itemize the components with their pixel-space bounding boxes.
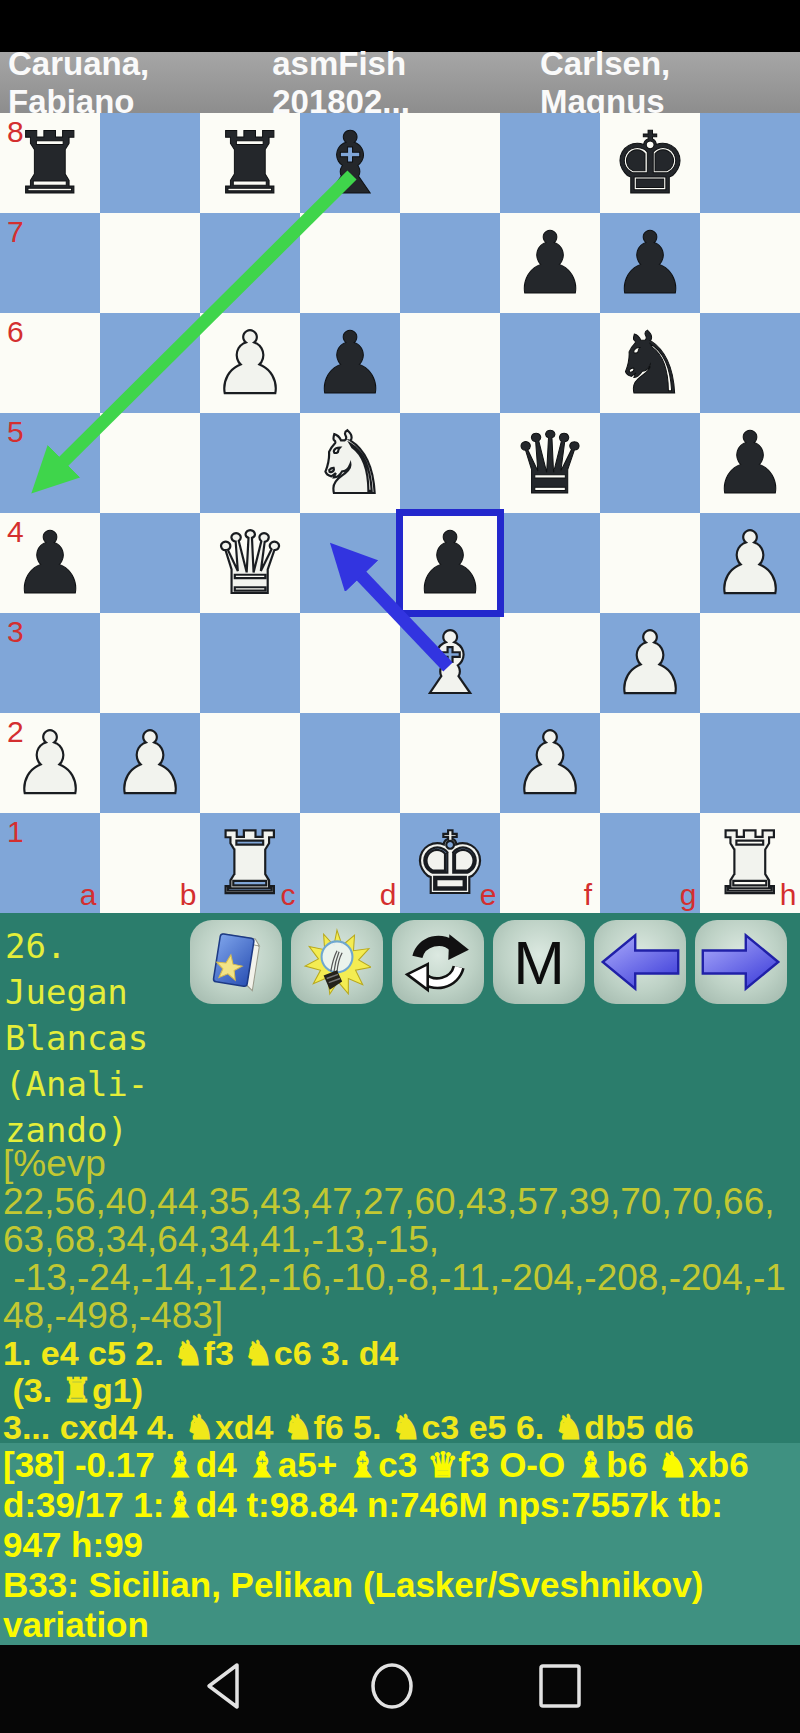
square-g4[interactable] — [600, 513, 700, 613]
square-d8[interactable]: ♝ — [300, 113, 400, 213]
rank-label-8: 8 — [7, 116, 24, 148]
engine-line-stats: d:39/17 1:♝d4 t:98.84 n:746M nps:7557k t… — [3, 1485, 800, 1525]
piece-wR-h1[interactable]: ♜ — [711, 813, 788, 913]
square-e8[interactable] — [400, 113, 500, 213]
rank-label-5: 5 — [7, 416, 24, 448]
engine-output-panel: [38] -0.17 ♝d4 ♝a5+ ♝c3 ♛f3 O-O ♝b6 ♞xb6… — [0, 1443, 800, 1645]
book-icon — [202, 928, 270, 996]
piece-wP-h4[interactable]: ♟ — [711, 513, 788, 613]
home-icon[interactable] — [364, 1658, 420, 1714]
square-f7[interactable]: ♟ — [500, 213, 600, 313]
refresh-button[interactable] — [392, 920, 484, 1004]
square-h4[interactable]: ♟ — [700, 513, 800, 613]
arrow-right-icon — [698, 931, 784, 993]
square-g3[interactable]: ♟ — [600, 613, 700, 713]
square-f3[interactable] — [500, 613, 600, 713]
recents-icon[interactable] — [532, 1658, 588, 1714]
chess-board[interactable]: ♜♜♝♚♟♟♟♟♞♞♛♟♟♛♟♟♝♟♟♟♟♜♚♜87654321abcdefgh — [0, 113, 800, 913]
previous-move-button[interactable] — [594, 920, 686, 1004]
piece-bQ-f5[interactable]: ♛ — [511, 413, 588, 513]
square-d3[interactable] — [300, 613, 400, 713]
square-b8[interactable] — [100, 113, 200, 213]
piece-bK-g8[interactable]: ♚ — [611, 113, 688, 213]
piece-wQ-c4[interactable]: ♛ — [211, 513, 288, 613]
square-e7[interactable] — [400, 213, 500, 313]
square-c4[interactable]: ♛ — [200, 513, 300, 613]
square-h7[interactable] — [700, 213, 800, 313]
move-number: 26. — [5, 923, 191, 969]
rank-label-4: 4 — [7, 516, 24, 548]
square-d6[interactable]: ♟ — [300, 313, 400, 413]
analysis-panel: 26. Juegan Blancas (Anali- zando) — [0, 913, 800, 1443]
square-g6[interactable]: ♞ — [600, 313, 700, 413]
file-label-a: a — [80, 879, 97, 911]
arrow-left-icon — [597, 931, 683, 993]
square-g8[interactable]: ♚ — [600, 113, 700, 213]
rank-label-3: 3 — [7, 616, 24, 648]
piece-bR-c8[interactable]: ♜ — [211, 113, 288, 213]
toolbar: M — [190, 920, 787, 1004]
square-h3[interactable] — [700, 613, 800, 713]
mode-m-button[interactable]: M — [493, 920, 585, 1004]
piece-wP-f2[interactable]: ♟ — [511, 713, 588, 813]
next-move-button[interactable] — [695, 920, 787, 1004]
square-f5[interactable]: ♛ — [500, 413, 600, 513]
highlight-square-e4 — [396, 509, 504, 617]
square-e3[interactable]: ♝ — [400, 613, 500, 713]
move-status-text: 26. Juegan Blancas (Anali- zando) — [5, 923, 191, 1153]
piece-bP-d6[interactable]: ♟ — [311, 313, 388, 413]
engine-name: asmFish 201802... — [272, 45, 540, 121]
book-button[interactable] — [190, 920, 282, 1004]
square-c7[interactable] — [200, 213, 300, 313]
piece-bP-h5[interactable]: ♟ — [711, 413, 788, 513]
refresh-icon — [404, 928, 472, 996]
piece-wP-b2[interactable]: ♟ — [111, 713, 188, 813]
square-f4[interactable] — [500, 513, 600, 613]
square-h8[interactable] — [700, 113, 800, 213]
square-c5[interactable] — [200, 413, 300, 513]
rank-label-1: 1 — [7, 816, 24, 848]
square-b2[interactable]: ♟ — [100, 713, 200, 813]
square-g7[interactable]: ♟ — [600, 213, 700, 313]
file-label-d: d — [380, 879, 397, 911]
piece-bP-f7[interactable]: ♟ — [511, 213, 588, 313]
white-player-name: Caruana, Fabiano — [8, 45, 272, 121]
rank-label-7: 7 — [7, 216, 24, 248]
evp-annotation: [%evp 22,56,40,44,35,43,47,27,60,43,57,3… — [3, 1145, 800, 1335]
square-e5[interactable] — [400, 413, 500, 513]
square-b4[interactable] — [100, 513, 200, 613]
square-e6[interactable] — [400, 313, 500, 413]
black-player-name: Carlsen, Magnus — [540, 45, 792, 121]
lightbulb-icon — [303, 928, 371, 996]
piece-bP-g7[interactable]: ♟ — [611, 213, 688, 313]
title-bar: Caruana, Fabiano asmFish 201802... Carls… — [0, 52, 800, 113]
square-c6[interactable]: ♟ — [200, 313, 300, 413]
piece-wR-c1[interactable]: ♜ — [211, 813, 288, 913]
piece-wK-e1[interactable]: ♚ — [411, 813, 488, 913]
file-label-g: g — [680, 879, 697, 911]
piece-wN-d5[interactable]: ♞ — [311, 413, 388, 513]
android-nav-bar — [0, 1645, 800, 1733]
square-h2[interactable] — [700, 713, 800, 813]
square-f8[interactable] — [500, 113, 600, 213]
square-g2[interactable] — [600, 713, 700, 813]
phone-screen: Caruana, Fabiano asmFish 201802... Carls… — [0, 0, 800, 1733]
square-d2[interactable] — [300, 713, 400, 813]
file-label-e: e — [480, 879, 497, 911]
square-e2[interactable] — [400, 713, 500, 813]
game-moves[interactable]: 1. e4 c5 2. ♞f3 ♞c6 3. d4 (3. ♜g1) 3... … — [3, 1335, 800, 1443]
rank-label-6: 6 — [7, 316, 24, 348]
m-label: M — [513, 927, 565, 998]
piece-bB-d8[interactable]: ♝ — [311, 113, 388, 213]
file-label-c: c — [281, 879, 296, 911]
piece-bN-g6[interactable]: ♞ — [611, 313, 688, 413]
file-label-h: h — [780, 879, 797, 911]
square-c8[interactable]: ♜ — [200, 113, 300, 213]
square-b7[interactable] — [100, 213, 200, 313]
file-label-f: f — [584, 879, 592, 911]
eco-opening-name: B33: Sicilian, Pelikan (Lasker/Sveshniko… — [3, 1565, 800, 1605]
engine-line-pv[interactable]: [38] -0.17 ♝d4 ♝a5+ ♝c3 ♛f3 O-O ♝b6 ♞xb6 — [3, 1445, 800, 1485]
square-d4[interactable] — [300, 513, 400, 613]
back-icon[interactable] — [197, 1658, 253, 1714]
square-h6[interactable] — [700, 313, 800, 413]
square-d5[interactable]: ♞ — [300, 413, 400, 513]
square-b5[interactable] — [100, 413, 200, 513]
square-f2[interactable]: ♟ — [500, 713, 600, 813]
piece-wP-c6[interactable]: ♟ — [211, 313, 288, 413]
piece-wP-g3[interactable]: ♟ — [611, 613, 688, 713]
rank-label-2: 2 — [7, 716, 24, 748]
square-b6[interactable] — [100, 313, 200, 413]
file-label-b: b — [180, 879, 197, 911]
piece-wB-e3[interactable]: ♝ — [411, 613, 488, 713]
square-c3[interactable] — [200, 613, 300, 713]
square-h5[interactable]: ♟ — [700, 413, 800, 513]
square-d7[interactable] — [300, 213, 400, 313]
square-g5[interactable] — [600, 413, 700, 513]
square-b3[interactable] — [100, 613, 200, 713]
hint-button[interactable] — [291, 920, 383, 1004]
square-c2[interactable] — [200, 713, 300, 813]
square-f6[interactable] — [500, 313, 600, 413]
